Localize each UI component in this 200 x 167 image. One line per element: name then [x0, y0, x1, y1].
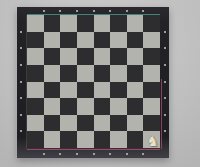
square-c6[interactable] — [60, 48, 77, 65]
frame-tick-top-3 — [76, 10, 78, 12]
frame-pinstripe-bottom — [27, 149, 160, 150]
square-g4[interactable] — [127, 82, 144, 99]
square-g1[interactable] — [127, 131, 144, 148]
frame-tick-left-5 — [20, 97, 22, 99]
square-g7[interactable] — [127, 32, 144, 49]
square-a8[interactable] — [27, 15, 44, 32]
frame-tick-top-5 — [109, 10, 111, 12]
square-a3[interactable] — [27, 98, 44, 115]
frame-tick-bottom-4 — [93, 153, 95, 155]
square-b4[interactable] — [44, 82, 61, 99]
square-d1[interactable] — [77, 131, 94, 148]
square-g6[interactable] — [127, 48, 144, 65]
square-g8[interactable] — [127, 15, 144, 32]
frame-tick-bottom-2 — [59, 153, 61, 155]
frame-tick-right-1 — [164, 31, 166, 33]
frame-tick-top-6 — [126, 10, 128, 12]
frame-tick-bottom-7 — [142, 153, 144, 155]
square-f2[interactable] — [110, 115, 127, 132]
frame-tick-left-3 — [20, 64, 22, 66]
square-b3[interactable] — [44, 98, 61, 115]
square-d3[interactable] — [77, 98, 94, 115]
square-f8[interactable] — [110, 15, 127, 32]
square-c7[interactable] — [60, 32, 77, 49]
frame-pinstripe-right — [161, 79, 162, 149]
square-h4[interactable] — [143, 82, 160, 99]
square-a7[interactable] — [27, 32, 44, 49]
square-c5[interactable] — [60, 65, 77, 82]
frame-tick-left-6 — [20, 114, 22, 116]
square-a2[interactable] — [27, 115, 44, 132]
square-d8[interactable] — [77, 15, 94, 32]
frame-tick-right-7 — [164, 130, 166, 132]
frame-tick-right-3 — [164, 64, 166, 66]
square-h7[interactable] — [143, 32, 160, 49]
frame-tick-right-5 — [164, 97, 166, 99]
square-f5[interactable] — [110, 65, 127, 82]
square-d2[interactable] — [77, 115, 94, 132]
square-c4[interactable] — [60, 82, 77, 99]
square-h8[interactable] — [143, 15, 160, 32]
square-e5[interactable] — [94, 65, 111, 82]
frame-tick-right-6 — [164, 114, 166, 116]
square-b8[interactable] — [44, 15, 61, 32]
square-a6[interactable] — [27, 48, 44, 65]
square-f6[interactable] — [110, 48, 127, 65]
square-f4[interactable] — [110, 82, 127, 99]
square-c3[interactable] — [60, 98, 77, 115]
tabletop-background: ♞ — [0, 0, 200, 167]
frame-tick-left-7 — [20, 130, 22, 132]
frame-tick-bottom-1 — [43, 153, 45, 155]
square-h6[interactable] — [143, 48, 160, 65]
square-a5[interactable] — [27, 65, 44, 82]
square-b1[interactable] — [44, 131, 61, 148]
square-g5[interactable] — [127, 65, 144, 82]
square-e7[interactable] — [94, 32, 111, 49]
square-d4[interactable] — [77, 82, 94, 99]
square-d6[interactable] — [77, 48, 94, 65]
frame-tick-left-2 — [20, 47, 22, 49]
frame-tick-right-4 — [164, 81, 166, 83]
square-c1[interactable] — [60, 131, 77, 148]
square-d5[interactable] — [77, 65, 94, 82]
square-c2[interactable] — [60, 115, 77, 132]
square-c8[interactable] — [60, 15, 77, 32]
square-e1[interactable] — [94, 131, 111, 148]
square-b7[interactable] — [44, 32, 61, 49]
frame-tick-left-1 — [20, 31, 22, 33]
white-knight[interactable]: ♞ — [146, 134, 159, 148]
frame-tick-top-2 — [59, 10, 61, 12]
frame-tick-right-2 — [164, 47, 166, 49]
frame-tick-top-4 — [93, 10, 95, 12]
frame-tick-top-7 — [142, 10, 144, 12]
chessboard[interactable]: ♞ — [27, 15, 160, 148]
square-e2[interactable] — [94, 115, 111, 132]
frame-tick-bottom-6 — [126, 153, 128, 155]
square-f7[interactable] — [110, 32, 127, 49]
square-h3[interactable] — [143, 98, 160, 115]
square-h1[interactable]: ♞ — [143, 131, 160, 148]
frame-tick-left-4 — [20, 81, 22, 83]
square-e6[interactable] — [94, 48, 111, 65]
square-e8[interactable] — [94, 15, 111, 32]
square-b6[interactable] — [44, 48, 61, 65]
square-d7[interactable] — [77, 32, 94, 49]
square-a4[interactable] — [27, 82, 44, 99]
chessboard-frame: ♞ — [17, 7, 169, 158]
square-b5[interactable] — [44, 65, 61, 82]
square-g2[interactable] — [127, 115, 144, 132]
square-e4[interactable] — [94, 82, 111, 99]
frame-tick-bottom-5 — [109, 153, 111, 155]
square-a1[interactable] — [27, 131, 44, 148]
square-h2[interactable] — [143, 115, 160, 132]
square-g3[interactable] — [127, 98, 144, 115]
square-f1[interactable] — [110, 131, 127, 148]
square-h5[interactable] — [143, 65, 160, 82]
square-f3[interactable] — [110, 98, 127, 115]
square-b2[interactable] — [44, 115, 61, 132]
frame-tick-top-1 — [43, 10, 45, 12]
frame-tick-bottom-3 — [76, 153, 78, 155]
square-e3[interactable] — [94, 98, 111, 115]
